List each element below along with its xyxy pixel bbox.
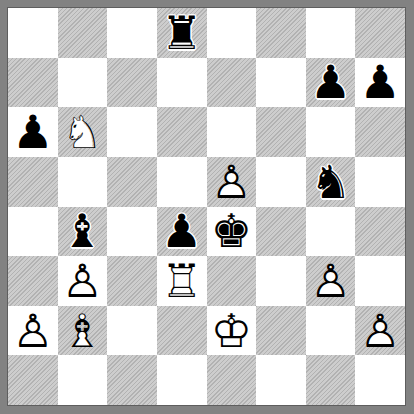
square-f1[interactable]	[256, 355, 306, 405]
square-d6[interactable]	[157, 107, 207, 157]
square-a3[interactable]	[8, 256, 58, 306]
piece-white-rook: ♜♖	[157, 256, 207, 306]
piece-black-pawn: ♟	[355, 58, 405, 108]
square-b1[interactable]	[58, 355, 108, 405]
square-g5[interactable]: ♞	[306, 157, 356, 207]
square-c8[interactable]	[107, 8, 157, 58]
piece-black-knight: ♞	[306, 157, 356, 207]
square-e3[interactable]	[207, 256, 257, 306]
square-f8[interactable]	[256, 8, 306, 58]
square-c2[interactable]	[107, 306, 157, 356]
piece-white-knight: ♞♘	[58, 107, 108, 157]
piece-white-pawn: ♟♙	[207, 157, 257, 207]
square-f3[interactable]	[256, 256, 306, 306]
square-e5[interactable]: ♟♙	[207, 157, 257, 207]
piece-black-pawn: ♟	[306, 58, 356, 108]
square-g2[interactable]	[306, 306, 356, 356]
square-f6[interactable]	[256, 107, 306, 157]
square-f7[interactable]	[256, 58, 306, 108]
piece-white-bishop: ♝♗	[58, 306, 108, 356]
square-c3[interactable]	[107, 256, 157, 306]
piece-white-pawn: ♟♙	[58, 256, 108, 306]
square-g8[interactable]	[306, 8, 356, 58]
square-g7[interactable]: ♟	[306, 58, 356, 108]
square-e1[interactable]	[207, 355, 257, 405]
piece-black-pawn: ♟	[157, 207, 207, 257]
square-f4[interactable]	[256, 207, 306, 257]
piece-black-rook: ♜	[157, 8, 207, 58]
piece-white-pawn: ♟♙	[306, 256, 356, 306]
square-h2[interactable]: ♟♙	[355, 306, 405, 356]
square-c7[interactable]	[107, 58, 157, 108]
square-c6[interactable]	[107, 107, 157, 157]
square-d2[interactable]	[157, 306, 207, 356]
square-h5[interactable]	[355, 157, 405, 207]
square-e8[interactable]	[207, 8, 257, 58]
square-c4[interactable]	[107, 207, 157, 257]
piece-white-king: ♚♔	[207, 306, 257, 356]
square-e7[interactable]	[207, 58, 257, 108]
square-b2[interactable]: ♝♗	[58, 306, 108, 356]
square-e4[interactable]: ♚	[207, 207, 257, 257]
square-h7[interactable]: ♟	[355, 58, 405, 108]
square-b5[interactable]	[58, 157, 108, 207]
board-frame: ♜♟♟♟♞♘♟♙♞♝♟♚♟♙♜♖♟♙♟♙♝♗♚♔♟♙	[0, 0, 414, 414]
square-a4[interactable]	[8, 207, 58, 257]
square-a7[interactable]	[8, 58, 58, 108]
square-d8[interactable]: ♜	[157, 8, 207, 58]
square-d7[interactable]	[157, 58, 207, 108]
chess-board: ♜♟♟♟♞♘♟♙♞♝♟♚♟♙♜♖♟♙♟♙♝♗♚♔♟♙	[8, 8, 405, 405]
square-b7[interactable]	[58, 58, 108, 108]
square-h8[interactable]	[355, 8, 405, 58]
piece-black-pawn: ♟	[8, 107, 58, 157]
square-e2[interactable]: ♚♔	[207, 306, 257, 356]
piece-black-king: ♚	[207, 207, 257, 257]
square-g4[interactable]	[306, 207, 356, 257]
square-f5[interactable]	[256, 157, 306, 207]
square-h1[interactable]	[355, 355, 405, 405]
square-b8[interactable]	[58, 8, 108, 58]
square-a1[interactable]	[8, 355, 58, 405]
square-g3[interactable]: ♟♙	[306, 256, 356, 306]
square-g1[interactable]	[306, 355, 356, 405]
square-f2[interactable]	[256, 306, 306, 356]
square-b6[interactable]: ♞♘	[58, 107, 108, 157]
square-a2[interactable]: ♟♙	[8, 306, 58, 356]
square-h6[interactable]	[355, 107, 405, 157]
square-a6[interactable]: ♟	[8, 107, 58, 157]
piece-white-pawn: ♟♙	[8, 306, 58, 356]
square-e6[interactable]	[207, 107, 257, 157]
square-a5[interactable]	[8, 157, 58, 207]
square-d4[interactable]: ♟	[157, 207, 207, 257]
square-b3[interactable]: ♟♙	[58, 256, 108, 306]
square-g6[interactable]	[306, 107, 356, 157]
piece-black-bishop: ♝	[58, 207, 108, 257]
square-c1[interactable]	[107, 355, 157, 405]
square-b4[interactable]: ♝	[58, 207, 108, 257]
square-d1[interactable]	[157, 355, 207, 405]
square-a8[interactable]	[8, 8, 58, 58]
square-c5[interactable]	[107, 157, 157, 207]
square-d5[interactable]	[157, 157, 207, 207]
square-h3[interactable]	[355, 256, 405, 306]
square-h4[interactable]	[355, 207, 405, 257]
piece-white-pawn: ♟♙	[355, 306, 405, 356]
square-d3[interactable]: ♜♖	[157, 256, 207, 306]
